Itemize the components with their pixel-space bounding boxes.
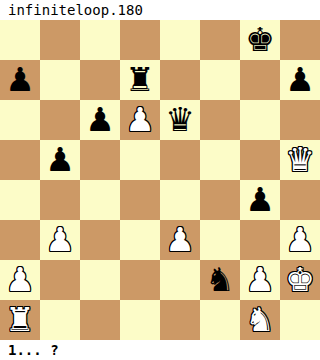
piece-white-pawn-d6[interactable]: ♟ bbox=[125, 100, 155, 140]
square-g5[interactable] bbox=[240, 140, 280, 180]
piece-black-rook-d7[interactable]: ♜ bbox=[125, 60, 155, 100]
piece-white-knight-g1[interactable]: ♞ bbox=[245, 300, 275, 340]
square-f8[interactable] bbox=[200, 20, 240, 60]
square-c7[interactable] bbox=[80, 60, 120, 100]
square-e7[interactable] bbox=[160, 60, 200, 100]
square-d1[interactable] bbox=[120, 300, 160, 340]
piece-white-pawn-b3[interactable]: ♟ bbox=[45, 220, 75, 260]
square-g6[interactable] bbox=[240, 100, 280, 140]
piece-white-pawn-g2[interactable]: ♟ bbox=[245, 260, 275, 300]
square-c3[interactable] bbox=[80, 220, 120, 260]
piece-black-pawn-a7[interactable]: ♟ bbox=[5, 60, 35, 100]
square-f3[interactable] bbox=[200, 220, 240, 260]
square-b8[interactable] bbox=[40, 20, 80, 60]
square-h5[interactable]: ♛ bbox=[280, 140, 320, 180]
piece-white-king-h2[interactable]: ♚ bbox=[285, 260, 315, 300]
square-h1[interactable] bbox=[280, 300, 320, 340]
square-d5[interactable] bbox=[120, 140, 160, 180]
chess-board: ♚♟♜♟♟♟♛♟♛♟♟♟♟♟♞♟♚♜♞ bbox=[0, 20, 320, 340]
square-g3[interactable] bbox=[240, 220, 280, 260]
square-b4[interactable] bbox=[40, 180, 80, 220]
square-h8[interactable] bbox=[280, 20, 320, 60]
move-prompt: 1... ? bbox=[0, 340, 320, 360]
square-e6[interactable]: ♛ bbox=[160, 100, 200, 140]
square-a7[interactable]: ♟ bbox=[0, 60, 40, 100]
square-h4[interactable] bbox=[280, 180, 320, 220]
piece-black-pawn-b5[interactable]: ♟ bbox=[45, 140, 75, 180]
piece-black-pawn-c6[interactable]: ♟ bbox=[85, 100, 115, 140]
square-a2[interactable]: ♟ bbox=[0, 260, 40, 300]
square-c1[interactable] bbox=[80, 300, 120, 340]
square-a3[interactable] bbox=[0, 220, 40, 260]
square-e8[interactable] bbox=[160, 20, 200, 60]
piece-black-pawn-g4[interactable]: ♟ bbox=[245, 180, 275, 220]
square-f7[interactable] bbox=[200, 60, 240, 100]
square-g2[interactable]: ♟ bbox=[240, 260, 280, 300]
piece-white-pawn-e3[interactable]: ♟ bbox=[165, 220, 195, 260]
puzzle-title: infiniteloop.180 bbox=[0, 0, 320, 20]
piece-white-queen-h5[interactable]: ♛ bbox=[285, 140, 315, 180]
square-a6[interactable] bbox=[0, 100, 40, 140]
square-d3[interactable] bbox=[120, 220, 160, 260]
square-e5[interactable] bbox=[160, 140, 200, 180]
square-g7[interactable] bbox=[240, 60, 280, 100]
square-d4[interactable] bbox=[120, 180, 160, 220]
square-h7[interactable]: ♟ bbox=[280, 60, 320, 100]
square-d8[interactable] bbox=[120, 20, 160, 60]
piece-white-pawn-h3[interactable]: ♟ bbox=[285, 220, 315, 260]
square-e2[interactable] bbox=[160, 260, 200, 300]
square-d6[interactable]: ♟ bbox=[120, 100, 160, 140]
square-d2[interactable] bbox=[120, 260, 160, 300]
piece-black-pawn-h7[interactable]: ♟ bbox=[285, 60, 315, 100]
square-h2[interactable]: ♚ bbox=[280, 260, 320, 300]
square-f6[interactable] bbox=[200, 100, 240, 140]
piece-black-king-g8[interactable]: ♚ bbox=[245, 20, 275, 60]
square-b1[interactable] bbox=[40, 300, 80, 340]
square-b3[interactable]: ♟ bbox=[40, 220, 80, 260]
square-f1[interactable] bbox=[200, 300, 240, 340]
square-e4[interactable] bbox=[160, 180, 200, 220]
square-g4[interactable]: ♟ bbox=[240, 180, 280, 220]
square-c2[interactable] bbox=[80, 260, 120, 300]
square-f4[interactable] bbox=[200, 180, 240, 220]
square-e3[interactable]: ♟ bbox=[160, 220, 200, 260]
square-a4[interactable] bbox=[0, 180, 40, 220]
square-g8[interactable]: ♚ bbox=[240, 20, 280, 60]
square-a5[interactable] bbox=[0, 140, 40, 180]
square-c6[interactable]: ♟ bbox=[80, 100, 120, 140]
square-c4[interactable] bbox=[80, 180, 120, 220]
square-f5[interactable] bbox=[200, 140, 240, 180]
square-a1[interactable]: ♜ bbox=[0, 300, 40, 340]
piece-white-rook-a1[interactable]: ♜ bbox=[5, 300, 35, 340]
square-b7[interactable] bbox=[40, 60, 80, 100]
square-h6[interactable] bbox=[280, 100, 320, 140]
square-b2[interactable] bbox=[40, 260, 80, 300]
square-g1[interactable]: ♞ bbox=[240, 300, 280, 340]
square-f2[interactable]: ♞ bbox=[200, 260, 240, 300]
square-b6[interactable] bbox=[40, 100, 80, 140]
piece-black-queen-e6[interactable]: ♛ bbox=[165, 100, 195, 140]
square-c8[interactable] bbox=[80, 20, 120, 60]
piece-white-pawn-a2[interactable]: ♟ bbox=[5, 260, 35, 300]
square-e1[interactable] bbox=[160, 300, 200, 340]
square-d7[interactable]: ♜ bbox=[120, 60, 160, 100]
square-h3[interactable]: ♟ bbox=[280, 220, 320, 260]
square-b5[interactable]: ♟ bbox=[40, 140, 80, 180]
piece-black-knight-f2[interactable]: ♞ bbox=[205, 260, 235, 300]
square-a8[interactable] bbox=[0, 20, 40, 60]
square-c5[interactable] bbox=[80, 140, 120, 180]
